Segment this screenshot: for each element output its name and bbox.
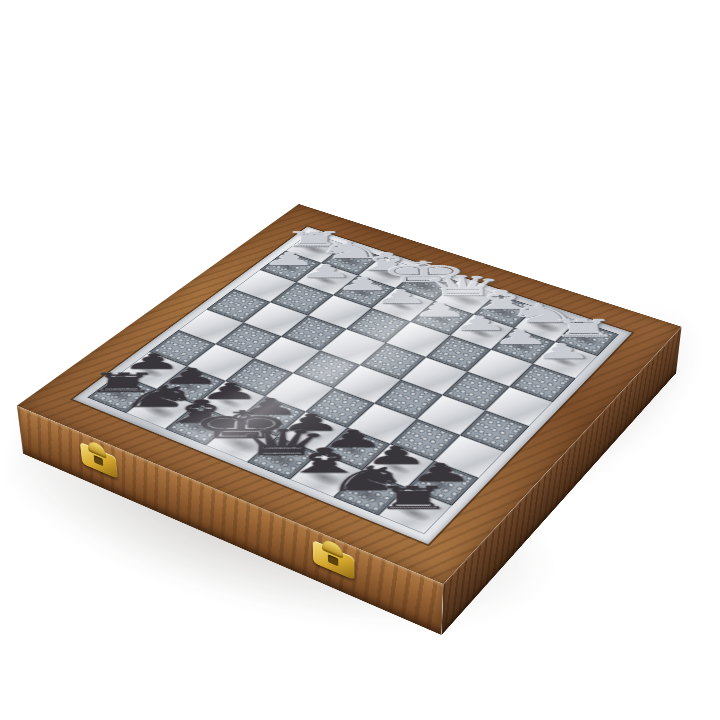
square-d7 xyxy=(277,412,347,453)
square-b4 xyxy=(442,372,509,411)
square-d8 xyxy=(247,437,319,480)
square-c5 xyxy=(375,380,443,419)
black-king-glyph: ♚ xyxy=(187,408,294,443)
black-knight: ♞ xyxy=(333,470,406,515)
white-pawn-glyph: ♟ xyxy=(531,342,595,361)
square-b8 xyxy=(333,470,406,515)
square-b7 xyxy=(362,444,434,488)
black-queen: ♛ xyxy=(247,437,319,480)
square-a8 xyxy=(378,488,452,535)
piece-shadow xyxy=(422,476,459,495)
square-a3 xyxy=(510,364,576,402)
black-pawn-glyph: ♟ xyxy=(278,412,343,433)
scene: ♜♞♝♚♛♝♞♜♟♟♟♟♟♟♟♟♟♟♟♟♟♟♟♟♜♞♝♚♛♝♞♜ xyxy=(120,125,600,605)
piece-shadow xyxy=(334,442,370,460)
square-c8 xyxy=(290,453,363,497)
black-bishop-glyph: ♝ xyxy=(278,445,370,476)
black-rook-glyph: ♜ xyxy=(372,483,455,512)
black-bishop: ♝ xyxy=(290,453,363,497)
piece-shadow xyxy=(390,501,436,525)
white-pawn: ♟ xyxy=(533,342,598,379)
square-d5 xyxy=(333,365,400,403)
piece-shadow xyxy=(292,425,327,443)
piece-shadow xyxy=(210,429,267,458)
black-king: ♚ xyxy=(206,420,277,462)
black-pawn-glyph: ♟ xyxy=(320,428,385,450)
square-c6 xyxy=(347,403,416,444)
black-pawn: ♟ xyxy=(362,444,434,488)
white-rook-glyph: ♜ xyxy=(546,317,622,339)
square-a4 xyxy=(485,387,553,427)
square-a5 xyxy=(460,410,529,451)
piece-shadow xyxy=(174,415,222,439)
square-b6 xyxy=(390,419,460,461)
black-pawn: ♟ xyxy=(277,412,347,453)
square-a6 xyxy=(434,435,505,478)
product-photo: ♜♞♝♚♛♝♞♜♟♟♟♟♟♟♟♟♟♟♟♟♟♟♟♟♜♞♝♚♛♝♞♜ xyxy=(0,0,720,720)
black-queen-glyph: ♛ xyxy=(232,426,331,459)
black-knight-glyph: ♞ xyxy=(324,463,413,494)
piece-shadow xyxy=(378,458,415,477)
square-e8 xyxy=(206,420,277,462)
black-pawn: ♟ xyxy=(407,461,479,506)
black-pawn-glyph: ♟ xyxy=(407,461,475,484)
piece-shadow xyxy=(343,482,392,508)
brass-latch-left xyxy=(80,442,118,479)
piece-shadow xyxy=(254,446,308,474)
piece-shadow xyxy=(298,464,349,490)
square-c7 xyxy=(319,428,390,470)
square-b5 xyxy=(417,395,486,435)
black-rook: ♜ xyxy=(378,488,452,535)
square-a7 xyxy=(407,461,479,506)
black-pawn: ♟ xyxy=(319,428,390,470)
brass-latch-right xyxy=(313,540,355,580)
black-pawn-glyph: ♟ xyxy=(363,445,429,468)
